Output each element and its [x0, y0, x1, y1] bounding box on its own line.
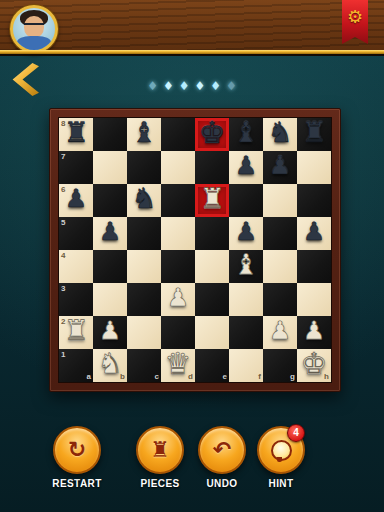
square-f4[interactable]: ♝	[229, 250, 263, 283]
square-g5[interactable]	[263, 217, 297, 250]
black-pawn-f5: ♟	[235, 217, 257, 246]
square-g1[interactable]: g	[263, 349, 297, 382]
square-h8[interactable]: ♜	[297, 118, 331, 151]
black-knight-c6: ♞	[131, 182, 156, 215]
restart-label: RESTART	[41, 478, 113, 489]
square-d8[interactable]	[161, 118, 195, 151]
square-h7[interactable]	[297, 151, 331, 184]
hint-button-circle[interactable]: 4	[257, 426, 305, 474]
black-pawn-g7: ♟	[269, 151, 291, 180]
square-d1[interactable]: d♛	[161, 349, 195, 382]
square-d2[interactable]	[161, 316, 195, 349]
white-pawn-d3: ♟	[167, 283, 189, 312]
undo-arrow-icon: ↶	[213, 439, 231, 461]
file-label-g: g	[290, 373, 295, 381]
file-label-a: a	[87, 373, 91, 381]
progress-diamonds: ♦♦♦♦♦♦	[0, 80, 384, 92]
square-f6[interactable]	[229, 184, 263, 217]
square-d6[interactable]	[161, 184, 195, 217]
square-a1[interactable]: 1a	[59, 349, 93, 382]
square-g6[interactable]	[263, 184, 297, 217]
square-g4[interactable]	[263, 250, 297, 283]
square-e1[interactable]: e	[195, 349, 229, 382]
hint-label: HINT	[245, 478, 317, 489]
gear-icon: ⚙	[347, 8, 363, 26]
square-e4[interactable]	[195, 250, 229, 283]
square-h5[interactable]: ♟	[297, 217, 331, 250]
rank-label-3: 3	[61, 285, 65, 293]
white-pawn-g2: ♟	[269, 316, 291, 345]
avatar-glasses	[24, 23, 44, 31]
square-b2[interactable]: ♟	[93, 316, 127, 349]
rank-label-1: 1	[61, 351, 65, 359]
square-h2[interactable]: ♟	[297, 316, 331, 349]
black-king-e8: ♚	[199, 115, 226, 150]
chess-board: 8♜♝♚♝♞♜7♟♟6♟♞♜5♟♟♟4♝3♟2♜♟♟♟1ab♞cd♛efgh♚	[49, 108, 341, 392]
file-label-c: c	[155, 373, 159, 381]
avatar[interactable]	[10, 5, 58, 53]
black-pawn-a6: ♟	[65, 184, 87, 213]
progress-diamond-5: ♦	[210, 80, 221, 92]
square-e6[interactable]: ♜	[195, 184, 229, 217]
square-a4[interactable]: 4	[59, 250, 93, 283]
rank-label-4: 4	[61, 252, 65, 260]
file-label-f: f	[258, 373, 261, 381]
progress-diamond-6: ♦	[226, 80, 237, 92]
rank-label-7: 7	[61, 153, 65, 161]
square-e3[interactable]	[195, 283, 229, 316]
white-rook-e6: ♜	[199, 182, 224, 215]
white-queen-d1: ♛	[165, 346, 192, 381]
square-g3[interactable]	[263, 283, 297, 316]
square-f2[interactable]	[229, 316, 263, 349]
square-b7[interactable]	[93, 151, 127, 184]
black-bishop-c8: ♝	[131, 116, 156, 149]
lightbulb-icon	[271, 440, 292, 461]
restart-button[interactable]: ↻ RESTART	[41, 426, 113, 489]
black-knight-g8: ♞	[267, 116, 292, 149]
rank-label-5: 5	[61, 219, 65, 227]
progress-diamond-4: ♦	[195, 80, 206, 92]
square-c1[interactable]: c	[127, 349, 161, 382]
square-d4[interactable]	[161, 250, 195, 283]
black-bishop-f8: ♝	[233, 116, 258, 149]
square-b1[interactable]: b♞	[93, 349, 127, 382]
square-d3[interactable]: ♟	[161, 283, 195, 316]
square-f1[interactable]: f	[229, 349, 263, 382]
progress-diamond-3: ♦	[179, 80, 190, 92]
square-d7[interactable]	[161, 151, 195, 184]
black-pawn-b5: ♟	[99, 217, 121, 246]
square-c2[interactable]	[127, 316, 161, 349]
hint-button[interactable]: 4 HINT	[245, 426, 317, 489]
hint-count-badge: 4	[287, 424, 305, 442]
black-rook-a8: ♜	[63, 116, 88, 149]
restart-button-circle[interactable]: ↻	[53, 426, 101, 474]
square-a8[interactable]: 8♜	[59, 118, 93, 151]
file-label-e: e	[223, 373, 227, 381]
pieces-button-circle[interactable]: ♜	[136, 426, 184, 474]
square-h6[interactable]	[297, 184, 331, 217]
square-h1[interactable]: h♚	[297, 349, 331, 382]
undo-button-circle[interactable]: ↶	[198, 426, 246, 474]
square-b6[interactable]	[93, 184, 127, 217]
square-f3[interactable]	[229, 283, 263, 316]
white-rook-a2: ♜	[63, 314, 88, 347]
progress-diamond-2: ♦	[163, 80, 174, 92]
square-e7[interactable]	[195, 151, 229, 184]
square-b8[interactable]	[93, 118, 127, 151]
square-f7[interactable]: ♟	[229, 151, 263, 184]
square-a3[interactable]: 3	[59, 283, 93, 316]
square-b3[interactable]	[93, 283, 127, 316]
gold-trim-divider	[0, 50, 384, 54]
progress-diamond-1: ♦	[147, 80, 158, 92]
square-a7[interactable]: 7	[59, 151, 93, 184]
square-h3[interactable]	[297, 283, 331, 316]
white-pawn-h2: ♟	[303, 316, 325, 345]
square-c5[interactable]	[127, 217, 161, 250]
white-king-h1: ♚	[301, 346, 328, 381]
square-c6[interactable]: ♞	[127, 184, 161, 217]
square-a2[interactable]: 2♜	[59, 316, 93, 349]
square-b5[interactable]: ♟	[93, 217, 127, 250]
square-c7[interactable]	[127, 151, 161, 184]
square-g8[interactable]: ♞	[263, 118, 297, 151]
square-g7[interactable]: ♟	[263, 151, 297, 184]
black-rook-h8: ♜	[301, 116, 326, 149]
white-pawn-b2: ♟	[99, 316, 121, 345]
restart-icon: ↻	[68, 439, 86, 461]
square-b4[interactable]	[93, 250, 127, 283]
square-e5[interactable]	[195, 217, 229, 250]
square-c4[interactable]	[127, 250, 161, 283]
white-bishop-f4: ♝	[233, 248, 258, 281]
black-pawn-f7: ♟	[235, 151, 257, 180]
square-c8[interactable]: ♝	[127, 118, 161, 151]
square-e8[interactable]: ♚	[195, 118, 229, 151]
square-f8[interactable]: ♝	[229, 118, 263, 151]
square-d5[interactable]	[161, 217, 195, 250]
square-e2[interactable]	[195, 316, 229, 349]
bottom-toolbar: ↻ RESTART ♜ PIECES ↶ UNDO 4 HINT	[0, 426, 384, 496]
square-g2[interactable]: ♟	[263, 316, 297, 349]
square-a6[interactable]: 6♟	[59, 184, 93, 217]
white-knight-b1: ♞	[97, 347, 122, 380]
chess-app-screen: ⚙ ♦♦♦♦♦♦ 8♜♝♚♝♞♜7♟♟6♟♞♜5♟♟♟4♝3♟2♜♟♟♟1ab♞…	[0, 0, 384, 512]
square-a5[interactable]: 5	[59, 217, 93, 250]
square-h4[interactable]	[297, 250, 331, 283]
black-pawn-h5: ♟	[303, 217, 325, 246]
square-f5[interactable]: ♟	[229, 217, 263, 250]
rook-piece-icon: ♜	[150, 439, 170, 461]
square-c3[interactable]	[127, 283, 161, 316]
chess-board-grid: 8♜♝♚♝♞♜7♟♟6♟♞♜5♟♟♟4♝3♟2♜♟♟♟1ab♞cd♛efgh♚	[58, 117, 332, 383]
